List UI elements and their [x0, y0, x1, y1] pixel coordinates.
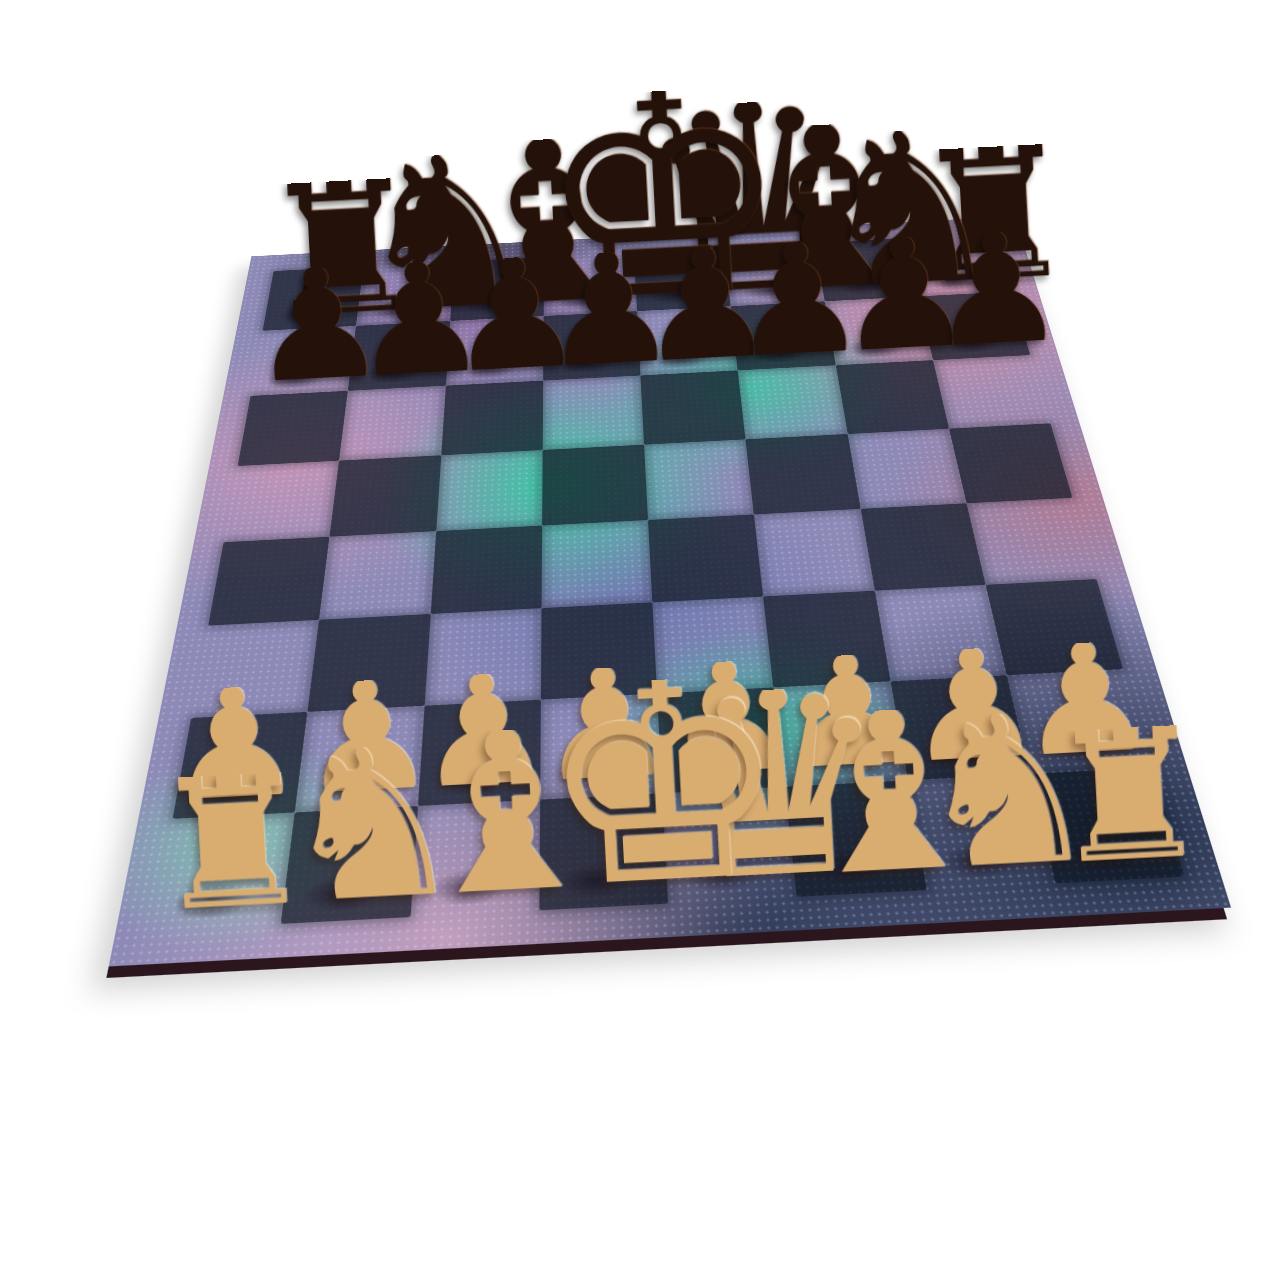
white-rook[interactable]: ♜ — [148, 772, 283, 914]
square-g4[interactable] — [860, 503, 985, 591]
square-f5[interactable] — [746, 434, 861, 515]
white-knight[interactable]: ♞ — [275, 745, 411, 907]
square-b5[interactable] — [330, 455, 441, 537]
square-a7[interactable]: ♟ — [251, 326, 357, 396]
chess-board: ♜♞♝♚♛♝♞♜♟♟♟♟♟♟♟♟♟♟♟♟♟♟♟♟♜♞♝♚♛♝♞♜ — [109, 216, 1231, 966]
square-e6[interactable] — [640, 370, 745, 444]
board-scene: ♜♞♝♚♛♝♞♜♟♟♟♟♟♟♟♟♟♟♟♟♟♟♟♟♜♞♝♚♛♝♞♜ — [193, 65, 1103, 975]
square-c1[interactable]: ♝ — [410, 799, 540, 917]
photo-background: ♜♞♝♚♛♝♞♜♟♟♟♟♟♟♟♟♟♟♟♟♟♟♟♟♜♞♝♚♛♝♞♜ — [0, 0, 1280, 1280]
square-a6[interactable] — [238, 390, 348, 465]
square-b7[interactable]: ♟ — [348, 321, 450, 390]
white-bishop[interactable]: ♝ — [402, 729, 539, 901]
square-d7[interactable]: ♟ — [543, 311, 640, 380]
square-g7[interactable]: ♟ — [824, 297, 932, 365]
black-pawn[interactable]: ♟ — [348, 261, 446, 381]
black-pawn[interactable]: ♟ — [634, 246, 737, 366]
black-pawn[interactable]: ♟ — [925, 231, 1028, 351]
black-pawn[interactable]: ♟ — [246, 266, 349, 386]
square-c5[interactable] — [436, 450, 543, 531]
square-f1[interactable]: ♝ — [785, 780, 926, 897]
square-d4[interactable] — [541, 520, 652, 608]
square-a4[interactable] — [208, 537, 330, 626]
square-h7[interactable]: ♟ — [918, 292, 1030, 360]
square-h4[interactable] — [966, 498, 1096, 585]
square-b4[interactable] — [319, 531, 436, 620]
square-b6[interactable] — [339, 385, 445, 460]
square-d6[interactable] — [542, 375, 644, 450]
black-pawn[interactable]: ♟ — [832, 236, 930, 356]
square-a5[interactable] — [224, 460, 340, 542]
square-d5[interactable] — [542, 445, 648, 526]
black-pawn[interactable]: ♟ — [537, 251, 640, 371]
square-e5[interactable] — [644, 439, 754, 520]
square-g5[interactable] — [847, 429, 966, 509]
white-bishop[interactable]: ♝ — [787, 708, 924, 880]
square-c4[interactable] — [430, 526, 542, 615]
square-g6[interactable] — [835, 360, 949, 434]
black-pawn[interactable]: ♟ — [726, 241, 833, 361]
square-e7[interactable]: ♟ — [637, 306, 738, 375]
black-pawn[interactable]: ♟ — [443, 256, 543, 376]
square-f6[interactable] — [738, 365, 847, 439]
square-h5[interactable] — [949, 423, 1073, 503]
square-f4[interactable] — [754, 509, 874, 597]
square-f7[interactable]: ♟ — [731, 301, 836, 370]
square-c7[interactable]: ♟ — [446, 316, 544, 385]
square-a1[interactable]: ♜ — [152, 812, 295, 930]
square-c6[interactable] — [441, 380, 543, 455]
square-b1[interactable]: ♞ — [281, 806, 417, 924]
square-h6[interactable] — [933, 355, 1051, 429]
square-e4[interactable] — [648, 514, 763, 602]
